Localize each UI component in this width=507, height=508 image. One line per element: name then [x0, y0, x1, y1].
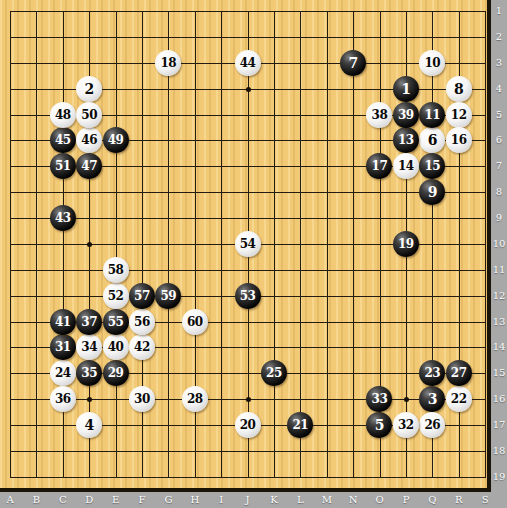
stone-black-23[interactable]: 23: [419, 360, 445, 386]
stone-black-51[interactable]: 51: [50, 153, 76, 179]
stone-black-21[interactable]: 21: [287, 412, 313, 438]
stone-black-5[interactable]: 5: [366, 412, 392, 438]
row-label-5: 5: [491, 109, 507, 120]
column-label-C: C: [55, 494, 71, 505]
stone-black-35[interactable]: 35: [76, 360, 102, 386]
stone-white-22[interactable]: 22: [446, 386, 472, 412]
stone-white-40[interactable]: 40: [103, 334, 129, 360]
column-label-E: E: [108, 494, 124, 505]
row-label-8: 8: [491, 186, 507, 197]
stone-black-55[interactable]: 55: [103, 309, 129, 335]
stone-black-3[interactable]: 3: [419, 386, 445, 412]
column-label-N: N: [345, 494, 361, 505]
stone-black-31[interactable]: 31: [50, 334, 76, 360]
stone-black-45[interactable]: 45: [50, 127, 76, 153]
stone-white-58[interactable]: 58: [103, 257, 129, 283]
stone-white-28[interactable]: 28: [182, 386, 208, 412]
column-label-H: H: [187, 494, 203, 505]
stone-white-10[interactable]: 10: [419, 50, 445, 76]
stone-white-30[interactable]: 30: [129, 386, 155, 412]
column-label-D: D: [81, 494, 97, 505]
stone-black-27[interactable]: 27: [446, 360, 472, 386]
row-label-18: 18: [491, 445, 507, 456]
stone-white-8[interactable]: 8: [446, 76, 472, 102]
stone-black-57[interactable]: 57: [129, 283, 155, 309]
stone-white-60[interactable]: 60: [182, 309, 208, 335]
stone-black-47[interactable]: 47: [76, 153, 102, 179]
stone-white-38[interactable]: 38: [366, 102, 392, 128]
stone-white-48[interactable]: 48: [50, 102, 76, 128]
stone-white-52[interactable]: 52: [103, 283, 129, 309]
go-diagram: 1234567891011121314151617181920212223242…: [0, 0, 507, 508]
column-coordinate-strip: ABCDEFGHIJKLMNOPQRS: [0, 492, 507, 508]
stone-white-20[interactable]: 20: [235, 412, 261, 438]
stone-white-18[interactable]: 18: [155, 50, 181, 76]
stone-black-15[interactable]: 15: [419, 153, 445, 179]
row-label-15: 15: [491, 367, 507, 378]
stone-white-36[interactable]: 36: [50, 386, 76, 412]
row-coordinate-strip: 12345678910111213141516171819: [491, 0, 507, 508]
row-label-4: 4: [491, 83, 507, 94]
column-label-R: R: [451, 494, 467, 505]
stone-white-50[interactable]: 50: [76, 102, 102, 128]
stone-black-41[interactable]: 41: [50, 309, 76, 335]
row-label-1: 1: [491, 5, 507, 16]
stone-black-39[interactable]: 39: [393, 102, 419, 128]
column-label-O: O: [372, 494, 388, 505]
stone-black-13[interactable]: 13: [393, 127, 419, 153]
stone-white-44[interactable]: 44: [235, 50, 261, 76]
row-label-11: 11: [491, 264, 507, 275]
row-label-7: 7: [491, 160, 507, 171]
stone-white-54[interactable]: 54: [235, 231, 261, 257]
row-label-16: 16: [491, 393, 507, 404]
stone-white-2[interactable]: 2: [76, 76, 102, 102]
column-label-M: M: [319, 494, 335, 505]
stone-white-14[interactable]: 14: [393, 153, 419, 179]
row-label-3: 3: [491, 57, 507, 68]
column-label-S: S: [477, 494, 493, 505]
column-label-L: L: [292, 494, 308, 505]
row-label-19: 19: [491, 471, 507, 482]
column-label-K: K: [266, 494, 282, 505]
stone-white-34[interactable]: 34: [76, 334, 102, 360]
column-label-A: A: [2, 494, 18, 505]
stone-black-33[interactable]: 33: [366, 386, 392, 412]
stone-black-37[interactable]: 37: [76, 309, 102, 335]
goban[interactable]: 1234567891011121314151617181920212223242…: [0, 0, 491, 492]
column-label-P: P: [398, 494, 414, 505]
stone-black-29[interactable]: 29: [103, 360, 129, 386]
column-label-J: J: [240, 494, 256, 505]
column-label-Q: Q: [424, 494, 440, 505]
column-label-G: G: [160, 494, 176, 505]
stone-white-6[interactable]: 6: [419, 127, 445, 153]
row-label-12: 12: [491, 290, 507, 301]
stone-white-24[interactable]: 24: [50, 360, 76, 386]
stone-white-46[interactable]: 46: [76, 127, 102, 153]
stone-white-56[interactable]: 56: [129, 309, 155, 335]
stone-black-9[interactable]: 9: [419, 179, 445, 205]
column-label-B: B: [28, 494, 44, 505]
stone-grid: 1234567891011121314151617181920212223242…: [0, 0, 491, 490]
stone-black-53[interactable]: 53: [235, 283, 261, 309]
row-label-17: 17: [491, 419, 507, 430]
stone-black-11[interactable]: 11: [419, 102, 445, 128]
column-label-I: I: [213, 494, 229, 505]
column-label-F: F: [134, 494, 150, 505]
stone-black-7[interactable]: 7: [340, 50, 366, 76]
stone-white-26[interactable]: 26: [419, 412, 445, 438]
stone-black-59[interactable]: 59: [155, 283, 181, 309]
row-label-13: 13: [491, 316, 507, 327]
stone-white-42[interactable]: 42: [129, 334, 155, 360]
stone-black-25[interactable]: 25: [261, 360, 287, 386]
row-label-10: 10: [491, 238, 507, 249]
stone-black-17[interactable]: 17: [366, 153, 392, 179]
stone-black-19[interactable]: 19: [393, 231, 419, 257]
stone-white-4[interactable]: 4: [76, 412, 102, 438]
stone-black-1[interactable]: 1: [393, 76, 419, 102]
stone-black-49[interactable]: 49: [103, 127, 129, 153]
row-label-2: 2: [491, 31, 507, 42]
row-label-9: 9: [491, 212, 507, 223]
row-label-6: 6: [491, 134, 507, 145]
stone-white-16[interactable]: 16: [446, 127, 472, 153]
stone-black-43[interactable]: 43: [50, 205, 76, 231]
row-label-14: 14: [491, 341, 507, 352]
stone-white-32[interactable]: 32: [393, 412, 419, 438]
stone-white-12[interactable]: 12: [446, 102, 472, 128]
